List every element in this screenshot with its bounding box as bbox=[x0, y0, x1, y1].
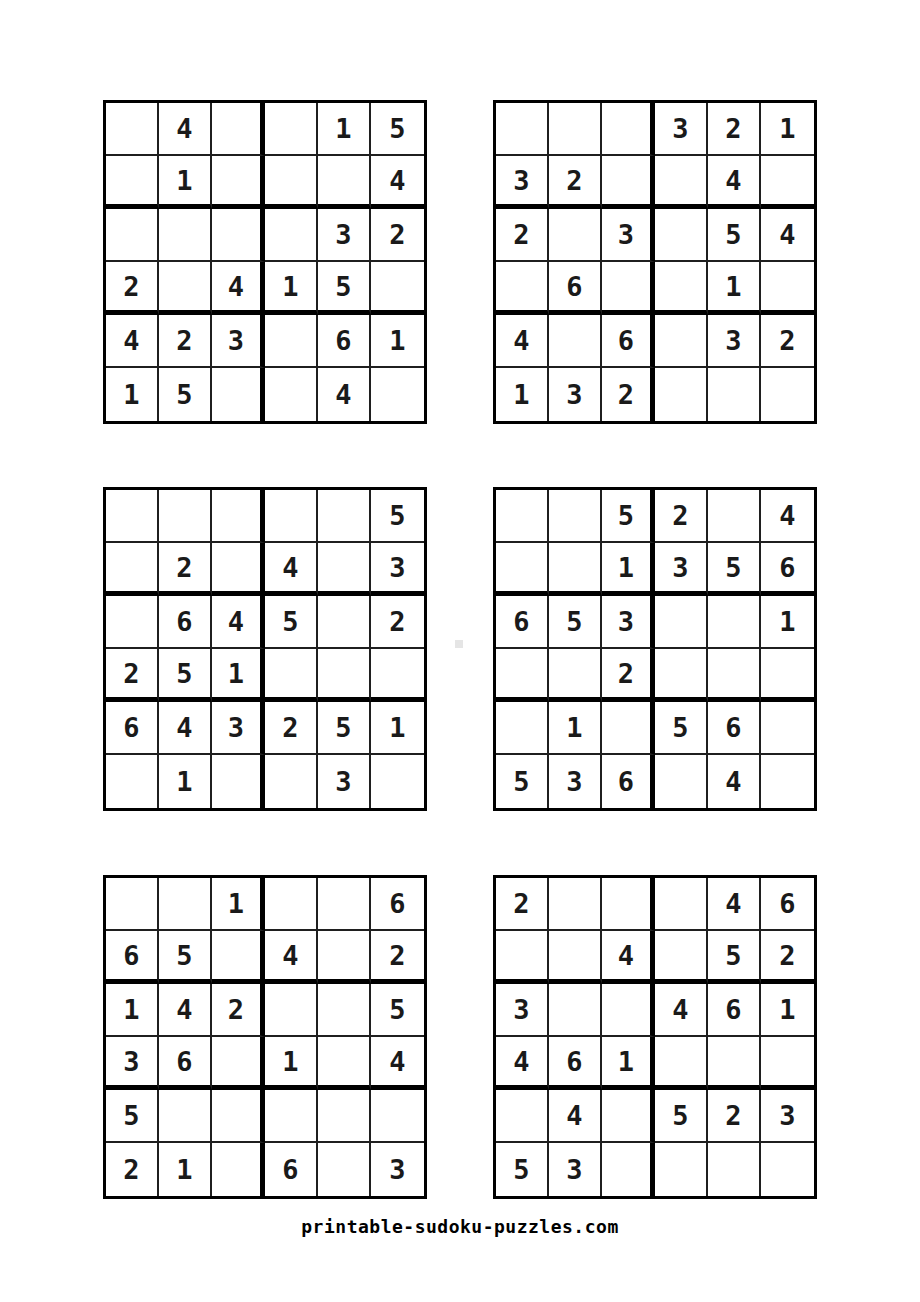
cell-r4c6 bbox=[761, 262, 814, 315]
cell-r4c5: 1 bbox=[708, 262, 761, 315]
cell-r6c4 bbox=[655, 368, 708, 421]
cell-r5c3: 3 bbox=[212, 702, 265, 755]
cell-r4c6: 4 bbox=[371, 1037, 424, 1090]
cell-r6c2: 3 bbox=[549, 755, 602, 808]
cell-r4c2: 5 bbox=[159, 649, 212, 702]
cell-r3c5 bbox=[708, 596, 761, 649]
sudoku-board-2: 3213242354614632132 bbox=[493, 100, 817, 424]
cell-r5c6 bbox=[761, 702, 814, 755]
cell-r3c3 bbox=[602, 984, 655, 1037]
cell-r4c5 bbox=[708, 1037, 761, 1090]
cell-r1c3: 5 bbox=[602, 490, 655, 543]
cell-r1c3 bbox=[212, 103, 265, 156]
cell-r6c3 bbox=[212, 1143, 265, 1196]
cell-r2c6: 2 bbox=[371, 931, 424, 984]
cell-r4c4 bbox=[265, 649, 318, 702]
cell-r5c3 bbox=[602, 702, 655, 755]
cell-r3c1: 6 bbox=[496, 596, 549, 649]
cell-r3c2: 5 bbox=[549, 596, 602, 649]
cell-r1c6: 5 bbox=[371, 490, 424, 543]
cell-r4c2 bbox=[159, 262, 212, 315]
cell-r4c4 bbox=[655, 649, 708, 702]
cell-r1c1 bbox=[106, 878, 159, 931]
cell-r1c1 bbox=[106, 103, 159, 156]
cell-r6c4 bbox=[655, 1143, 708, 1196]
cell-r6c1: 2 bbox=[106, 1143, 159, 1196]
cell-r3c6: 2 bbox=[371, 209, 424, 262]
cell-r1c3 bbox=[602, 878, 655, 931]
cell-r2c1 bbox=[106, 543, 159, 596]
cell-r4c3: 2 bbox=[602, 649, 655, 702]
cell-r1c1 bbox=[106, 490, 159, 543]
cell-r5c2 bbox=[159, 1090, 212, 1143]
sudoku-board-6: 2464523461461452353 bbox=[493, 875, 817, 1199]
cell-r5c3: 3 bbox=[212, 315, 265, 368]
cell-r6c4 bbox=[265, 755, 318, 808]
cell-r2c6 bbox=[761, 156, 814, 209]
cell-r5c4 bbox=[655, 315, 708, 368]
cell-r3c1 bbox=[106, 596, 159, 649]
cell-r2c6: 2 bbox=[761, 931, 814, 984]
sudoku-board-5: 1665421425361452163 bbox=[103, 875, 427, 1199]
cell-r4c2: 6 bbox=[159, 1037, 212, 1090]
cell-r3c5 bbox=[318, 596, 371, 649]
cell-r2c6: 3 bbox=[371, 543, 424, 596]
cell-r4c1: 2 bbox=[106, 649, 159, 702]
cell-r6c6 bbox=[371, 368, 424, 421]
cell-r2c2: 1 bbox=[159, 156, 212, 209]
cell-r4c3: 1 bbox=[212, 649, 265, 702]
cell-r4c6 bbox=[761, 1037, 814, 1090]
cell-r6c6 bbox=[761, 755, 814, 808]
cell-r4c6 bbox=[371, 262, 424, 315]
cell-r6c3 bbox=[212, 755, 265, 808]
cell-r6c5 bbox=[318, 1143, 371, 1196]
cell-r4c5 bbox=[708, 649, 761, 702]
cell-r2c2 bbox=[549, 931, 602, 984]
cell-r3c5: 6 bbox=[708, 984, 761, 1037]
cell-r2c1 bbox=[106, 156, 159, 209]
cell-r3c6: 2 bbox=[371, 596, 424, 649]
cell-r4c1: 3 bbox=[106, 1037, 159, 1090]
cell-r5c1: 6 bbox=[106, 702, 159, 755]
cell-r5c1 bbox=[496, 702, 549, 755]
cell-r3c3: 2 bbox=[212, 984, 265, 1037]
cell-r6c5: 4 bbox=[318, 368, 371, 421]
cell-r5c6: 2 bbox=[761, 315, 814, 368]
cell-r6c6 bbox=[371, 755, 424, 808]
cell-r6c1: 1 bbox=[106, 368, 159, 421]
cell-r6c1: 5 bbox=[496, 755, 549, 808]
cell-r1c4 bbox=[265, 878, 318, 931]
cell-r3c2: 4 bbox=[159, 984, 212, 1037]
cell-r1c4: 3 bbox=[655, 103, 708, 156]
cell-r1c6: 6 bbox=[371, 878, 424, 931]
cell-r2c1: 3 bbox=[496, 156, 549, 209]
cell-r3c3: 4 bbox=[212, 596, 265, 649]
cell-r5c5: 5 bbox=[318, 702, 371, 755]
cell-r1c2: 4 bbox=[159, 103, 212, 156]
cell-r6c1: 1 bbox=[496, 368, 549, 421]
cell-r5c5: 6 bbox=[318, 315, 371, 368]
cell-r5c1: 4 bbox=[496, 315, 549, 368]
cell-r3c1: 2 bbox=[496, 209, 549, 262]
cell-r5c1 bbox=[496, 1090, 549, 1143]
cell-r3c6: 1 bbox=[761, 984, 814, 1037]
cell-r3c1 bbox=[106, 209, 159, 262]
cell-r3c4 bbox=[265, 209, 318, 262]
cell-r6c1 bbox=[106, 755, 159, 808]
cell-r6c4: 6 bbox=[265, 1143, 318, 1196]
cell-r2c3: 4 bbox=[602, 931, 655, 984]
cell-r1c3 bbox=[602, 103, 655, 156]
cell-r6c2: 3 bbox=[549, 1143, 602, 1196]
cell-r3c5: 5 bbox=[708, 209, 761, 262]
cell-r3c2: 6 bbox=[159, 596, 212, 649]
cell-r6c1: 5 bbox=[496, 1143, 549, 1196]
cell-r6c5: 3 bbox=[318, 755, 371, 808]
cell-r6c6 bbox=[761, 368, 814, 421]
cell-r3c2 bbox=[549, 209, 602, 262]
cell-r4c1 bbox=[496, 649, 549, 702]
cell-r3c5 bbox=[318, 984, 371, 1037]
cell-r2c4 bbox=[265, 156, 318, 209]
cell-r6c3: 2 bbox=[602, 368, 655, 421]
cell-r3c3: 3 bbox=[602, 209, 655, 262]
cell-r2c2: 2 bbox=[159, 543, 212, 596]
cell-r1c4 bbox=[655, 878, 708, 931]
cell-r3c6: 1 bbox=[761, 596, 814, 649]
cell-r6c5 bbox=[708, 368, 761, 421]
cell-r1c3 bbox=[212, 490, 265, 543]
cell-r1c5 bbox=[318, 878, 371, 931]
cell-r5c6 bbox=[371, 1090, 424, 1143]
printable-sudoku-page: 4151432241542361154 3213242354614632132 … bbox=[0, 0, 920, 1302]
cell-r2c6: 6 bbox=[761, 543, 814, 596]
cell-r2c6: 4 bbox=[371, 156, 424, 209]
cell-r2c1 bbox=[496, 543, 549, 596]
cell-r4c3 bbox=[212, 1037, 265, 1090]
cell-r3c5: 3 bbox=[318, 209, 371, 262]
cell-r4c5: 5 bbox=[318, 262, 371, 315]
cell-r5c1: 5 bbox=[106, 1090, 159, 1143]
cell-r5c6: 1 bbox=[371, 702, 424, 755]
cell-r2c5: 5 bbox=[708, 931, 761, 984]
cell-r2c3 bbox=[212, 156, 265, 209]
cell-r5c1: 4 bbox=[106, 315, 159, 368]
cell-r4c3: 4 bbox=[212, 262, 265, 315]
cell-r3c3: 3 bbox=[602, 596, 655, 649]
cell-r5c2: 2 bbox=[159, 315, 212, 368]
cell-r2c2: 5 bbox=[159, 931, 212, 984]
cell-r6c2: 3 bbox=[549, 368, 602, 421]
cell-r3c6: 5 bbox=[371, 984, 424, 1037]
center-mark bbox=[455, 640, 463, 648]
cell-r1c2 bbox=[159, 878, 212, 931]
cell-r5c2: 1 bbox=[549, 702, 602, 755]
cell-r4c4: 1 bbox=[265, 262, 318, 315]
cell-r6c3: 6 bbox=[602, 755, 655, 808]
cell-r4c6 bbox=[761, 649, 814, 702]
cell-r2c4: 4 bbox=[265, 543, 318, 596]
cell-r1c4: 2 bbox=[655, 490, 708, 543]
cell-r4c1 bbox=[496, 262, 549, 315]
cell-r1c4 bbox=[265, 103, 318, 156]
cell-r5c4: 5 bbox=[655, 702, 708, 755]
cell-r3c1: 3 bbox=[496, 984, 549, 1037]
cell-r4c2: 6 bbox=[549, 1037, 602, 1090]
cell-r6c2: 1 bbox=[159, 1143, 212, 1196]
cell-r3c4 bbox=[655, 209, 708, 262]
cell-r5c5 bbox=[318, 1090, 371, 1143]
cell-r6c4 bbox=[655, 755, 708, 808]
cell-r4c6 bbox=[371, 649, 424, 702]
sudoku-board-4: 5241356653121565364 bbox=[493, 487, 817, 811]
cell-r1c1 bbox=[496, 103, 549, 156]
cell-r2c4 bbox=[655, 931, 708, 984]
cell-r3c4 bbox=[655, 596, 708, 649]
cell-r5c6: 3 bbox=[761, 1090, 814, 1143]
cell-r4c4 bbox=[655, 1037, 708, 1090]
sudoku-board-1: 4151432241542361154 bbox=[103, 100, 427, 424]
cell-r5c5: 3 bbox=[708, 315, 761, 368]
cell-r2c4: 3 bbox=[655, 543, 708, 596]
sudoku-board-3: 5243645225164325113 bbox=[103, 487, 427, 811]
cell-r4c4 bbox=[655, 262, 708, 315]
cell-r3c2 bbox=[159, 209, 212, 262]
cell-r2c5 bbox=[318, 156, 371, 209]
cell-r3c1: 1 bbox=[106, 984, 159, 1037]
cell-r6c6 bbox=[761, 1143, 814, 1196]
cell-r6c4 bbox=[265, 368, 318, 421]
cell-r1c6: 6 bbox=[761, 878, 814, 931]
cell-r2c3 bbox=[602, 156, 655, 209]
cell-r3c3 bbox=[212, 209, 265, 262]
cell-r6c3 bbox=[212, 368, 265, 421]
cell-r6c2: 5 bbox=[159, 368, 212, 421]
cell-r2c5: 4 bbox=[708, 156, 761, 209]
cell-r5c4: 5 bbox=[655, 1090, 708, 1143]
cell-r2c5 bbox=[318, 543, 371, 596]
cell-r3c4: 4 bbox=[655, 984, 708, 1037]
cell-r1c2 bbox=[549, 103, 602, 156]
cell-r2c5: 5 bbox=[708, 543, 761, 596]
cell-r5c3: 6 bbox=[602, 315, 655, 368]
cell-r2c4 bbox=[655, 156, 708, 209]
cell-r3c4 bbox=[265, 984, 318, 1037]
cell-r2c3 bbox=[212, 543, 265, 596]
cell-r2c2 bbox=[549, 543, 602, 596]
cell-r4c1: 2 bbox=[106, 262, 159, 315]
cell-r4c1: 4 bbox=[496, 1037, 549, 1090]
cell-r2c2: 2 bbox=[549, 156, 602, 209]
cell-r2c4: 4 bbox=[265, 931, 318, 984]
cell-r5c5: 6 bbox=[708, 702, 761, 755]
cell-r6c5 bbox=[708, 1143, 761, 1196]
cell-r2c1 bbox=[496, 931, 549, 984]
cell-r1c1: 2 bbox=[496, 878, 549, 931]
cell-r5c3 bbox=[602, 1090, 655, 1143]
cell-r1c6: 4 bbox=[761, 490, 814, 543]
cell-r1c5 bbox=[708, 490, 761, 543]
cell-r5c2: 4 bbox=[159, 702, 212, 755]
cell-r5c2: 4 bbox=[549, 1090, 602, 1143]
cell-r5c3 bbox=[212, 1090, 265, 1143]
footer-site-name: printable-sudoku-puzzles.com bbox=[0, 1216, 920, 1237]
cell-r4c3: 1 bbox=[602, 1037, 655, 1090]
cell-r6c3 bbox=[602, 1143, 655, 1196]
cell-r2c5 bbox=[318, 931, 371, 984]
cell-r4c5 bbox=[318, 649, 371, 702]
cell-r2c3 bbox=[212, 931, 265, 984]
cell-r4c3 bbox=[602, 262, 655, 315]
cell-r4c4: 1 bbox=[265, 1037, 318, 1090]
cell-r5c2 bbox=[549, 315, 602, 368]
cell-r2c3: 1 bbox=[602, 543, 655, 596]
cell-r1c2 bbox=[549, 490, 602, 543]
cell-r1c6: 5 bbox=[371, 103, 424, 156]
cell-r3c6: 4 bbox=[761, 209, 814, 262]
cell-r3c4: 5 bbox=[265, 596, 318, 649]
cell-r1c5: 4 bbox=[708, 878, 761, 931]
cell-r1c5: 1 bbox=[318, 103, 371, 156]
cell-r4c2 bbox=[549, 649, 602, 702]
cell-r1c1 bbox=[496, 490, 549, 543]
cell-r1c4 bbox=[265, 490, 318, 543]
cell-r5c4 bbox=[265, 315, 318, 368]
cell-r2c1: 6 bbox=[106, 931, 159, 984]
cell-r4c5 bbox=[318, 1037, 371, 1090]
cell-r1c3: 1 bbox=[212, 878, 265, 931]
cell-r6c6: 3 bbox=[371, 1143, 424, 1196]
cell-r1c5 bbox=[318, 490, 371, 543]
cell-r4c2: 6 bbox=[549, 262, 602, 315]
cell-r5c6: 1 bbox=[371, 315, 424, 368]
cell-r3c2 bbox=[549, 984, 602, 1037]
cell-r1c2 bbox=[159, 490, 212, 543]
cell-r5c5: 2 bbox=[708, 1090, 761, 1143]
cell-r6c5: 4 bbox=[708, 755, 761, 808]
cell-r5c4 bbox=[265, 1090, 318, 1143]
cell-r1c6: 1 bbox=[761, 103, 814, 156]
cell-r1c2 bbox=[549, 878, 602, 931]
cell-r1c5: 2 bbox=[708, 103, 761, 156]
cell-r5c4: 2 bbox=[265, 702, 318, 755]
cell-r6c2: 1 bbox=[159, 755, 212, 808]
